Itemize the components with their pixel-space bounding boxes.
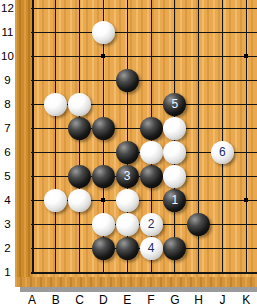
black-stone-E5[interactable]: 3 [116,165,139,188]
row-label-4: 4 [0,192,15,208]
white-stone-J6[interactable]: 6 [211,141,234,164]
grid-horizontal-line-12 [31,8,257,9]
row-label-10: 10 [0,48,15,64]
column-label-A: A [24,292,40,308]
black-stone-F7[interactable] [140,117,163,140]
column-label-D: D [95,292,111,308]
grid-horizontal-line-10 [31,56,257,57]
column-label-E: E [119,292,135,308]
row-label-6: 6 [0,144,15,160]
star-point-K10 [244,54,248,58]
move-number-2: 2 [140,213,163,236]
black-stone-C7[interactable] [68,117,91,140]
move-number-6: 6 [211,141,234,164]
white-stone-B4[interactable] [44,189,67,212]
white-stone-C8[interactable] [68,93,91,116]
column-label-H: H [191,292,207,308]
white-stone-G6[interactable] [163,141,186,164]
row-label-5: 5 [0,168,15,184]
board-bottom-edge-shading [15,277,257,287]
row-label-3: 3 [0,216,15,232]
white-stone-F6[interactable] [140,141,163,164]
grid-vertical-line-A [32,0,34,273]
row-label-2: 2 [0,240,15,256]
black-stone-D5[interactable] [92,165,115,188]
white-stone-E3[interactable] [116,213,139,236]
column-label-J: J [214,292,230,308]
move-number-3: 3 [116,165,139,188]
move-number-1: 1 [163,189,186,212]
black-stone-G8[interactable]: 5 [163,93,186,116]
black-stone-D2[interactable] [92,237,115,260]
black-stone-E9[interactable] [116,69,139,92]
black-stone-D7[interactable] [92,117,115,140]
star-point-D10 [101,54,105,58]
white-stone-G7[interactable] [163,117,186,140]
board-left-edge-shading [15,0,32,287]
black-stone-E6[interactable] [116,141,139,164]
white-stone-F3[interactable]: 2 [140,213,163,236]
grid-horizontal-line-1 [31,272,257,274]
white-stone-C4[interactable] [68,189,91,212]
grid-horizontal-line-11 [31,32,257,33]
column-label-B: B [48,292,64,308]
grid-vertical-line-J [222,0,223,273]
column-label-C: C [72,292,88,308]
black-stone-G4[interactable]: 1 [163,189,186,212]
black-stone-E2[interactable] [116,237,139,260]
grid-vertical-line-B [55,0,56,273]
column-label-F: F [143,292,159,308]
star-point-K4 [244,198,248,202]
row-label-8: 8 [0,96,15,112]
row-label-1: 1 [0,264,15,280]
row-label-9: 9 [0,72,15,88]
grid-vertical-line-K [246,0,247,273]
go-board-diagram: 531624 121110987654321 ABCDEFGHJK [0,0,257,308]
white-stone-B8[interactable] [44,93,67,116]
star-point-D4 [101,198,105,202]
black-stone-C5[interactable] [68,165,91,188]
white-stone-D3[interactable] [92,213,115,236]
white-stone-E4[interactable] [116,189,139,212]
grid-horizontal-line-9 [31,80,257,81]
move-number-4: 4 [140,237,163,260]
row-label-7: 7 [0,120,15,136]
column-label-G: G [167,292,183,308]
row-label-12: 12 [0,0,15,16]
white-stone-G5[interactable] [163,165,186,188]
black-stone-H3[interactable] [187,213,210,236]
row-label-11: 11 [0,24,15,40]
white-stone-F2[interactable]: 4 [140,237,163,260]
column-label-K: K [238,292,254,308]
white-stone-D11[interactable] [92,21,115,44]
black-stone-G2[interactable] [163,237,186,260]
black-stone-F5[interactable] [140,165,163,188]
move-number-5: 5 [163,93,186,116]
